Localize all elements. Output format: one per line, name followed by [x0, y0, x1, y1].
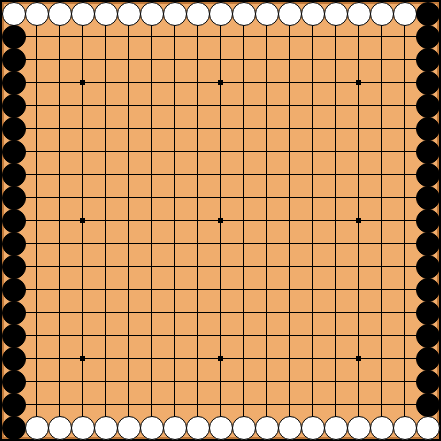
board-intersection[interactable] — [347, 278, 370, 301]
board-intersection[interactable] — [94, 94, 117, 117]
board-intersection[interactable] — [140, 393, 163, 416]
board-intersection[interactable] — [94, 278, 117, 301]
board-intersection[interactable] — [393, 209, 416, 232]
board-intersection[interactable] — [416, 301, 439, 324]
board-intersection[interactable] — [301, 324, 324, 347]
board-intersection[interactable] — [2, 370, 25, 393]
board-intersection[interactable] — [163, 416, 186, 439]
board-intersection[interactable] — [48, 255, 71, 278]
board-intersection[interactable] — [416, 25, 439, 48]
board-intersection[interactable] — [232, 186, 255, 209]
board-intersection[interactable] — [48, 25, 71, 48]
board-intersection[interactable] — [393, 140, 416, 163]
board-intersection[interactable] — [278, 278, 301, 301]
board-intersection[interactable] — [324, 324, 347, 347]
board-intersection[interactable] — [255, 324, 278, 347]
board-intersection[interactable] — [416, 278, 439, 301]
board-intersection[interactable] — [186, 370, 209, 393]
board-intersection[interactable] — [255, 370, 278, 393]
board-intersection[interactable] — [48, 186, 71, 209]
board-intersection[interactable] — [278, 393, 301, 416]
board-intersection[interactable] — [117, 416, 140, 439]
board-intersection[interactable] — [71, 370, 94, 393]
board-intersection[interactable] — [370, 71, 393, 94]
board-intersection[interactable] — [2, 71, 25, 94]
board-intersection[interactable] — [301, 140, 324, 163]
board-intersection[interactable] — [209, 347, 232, 370]
board-intersection[interactable] — [209, 255, 232, 278]
board-intersection[interactable] — [48, 209, 71, 232]
board-intersection[interactable] — [347, 25, 370, 48]
board-intersection[interactable] — [163, 301, 186, 324]
board-intersection[interactable] — [186, 48, 209, 71]
board-intersection[interactable] — [232, 278, 255, 301]
board-intersection[interactable] — [25, 140, 48, 163]
board-intersection[interactable] — [324, 94, 347, 117]
board-intersection[interactable] — [370, 25, 393, 48]
board-intersection[interactable] — [25, 186, 48, 209]
board-intersection[interactable] — [71, 94, 94, 117]
board-intersection[interactable] — [71, 140, 94, 163]
board-intersection[interactable] — [324, 301, 347, 324]
board-intersection[interactable] — [255, 255, 278, 278]
board-intersection[interactable] — [232, 347, 255, 370]
board-intersection[interactable] — [232, 117, 255, 140]
board-intersection[interactable] — [163, 209, 186, 232]
board-intersection[interactable] — [255, 2, 278, 25]
board-intersection[interactable] — [163, 117, 186, 140]
board-intersection[interactable] — [416, 416, 439, 439]
board-intersection[interactable] — [140, 232, 163, 255]
board-intersection[interactable] — [324, 370, 347, 393]
board-intersection[interactable] — [209, 2, 232, 25]
board-intersection[interactable] — [370, 94, 393, 117]
board-intersection[interactable] — [186, 117, 209, 140]
board-intersection[interactable] — [140, 347, 163, 370]
board-intersection[interactable] — [255, 393, 278, 416]
board-intersection[interactable] — [117, 393, 140, 416]
board-intersection[interactable] — [347, 324, 370, 347]
board-intersection[interactable] — [25, 370, 48, 393]
board-intersection[interactable] — [140, 140, 163, 163]
board-intersection[interactable] — [48, 347, 71, 370]
board-intersection[interactable] — [117, 232, 140, 255]
board-intersection[interactable] — [117, 71, 140, 94]
board-intersection[interactable] — [2, 255, 25, 278]
board-intersection[interactable] — [186, 347, 209, 370]
board-intersection[interactable] — [370, 255, 393, 278]
board-intersection[interactable] — [278, 186, 301, 209]
board-intersection[interactable] — [2, 48, 25, 71]
board-intersection[interactable] — [2, 117, 25, 140]
board-intersection[interactable] — [255, 347, 278, 370]
board-intersection[interactable] — [232, 48, 255, 71]
board-intersection[interactable] — [370, 163, 393, 186]
board-intersection[interactable] — [278, 71, 301, 94]
board-intersection[interactable] — [416, 255, 439, 278]
board-intersection[interactable] — [71, 416, 94, 439]
board-intersection[interactable] — [94, 301, 117, 324]
board-intersection[interactable] — [232, 71, 255, 94]
board-intersection[interactable] — [140, 324, 163, 347]
board-intersection[interactable] — [117, 48, 140, 71]
board-intersection[interactable] — [186, 416, 209, 439]
board-intersection[interactable] — [186, 301, 209, 324]
board-intersection[interactable] — [117, 324, 140, 347]
board-intersection[interactable] — [186, 140, 209, 163]
board-intersection[interactable] — [209, 393, 232, 416]
board-intersection[interactable] — [255, 140, 278, 163]
board-intersection[interactable] — [301, 416, 324, 439]
board-intersection[interactable] — [255, 301, 278, 324]
board-intersection[interactable] — [71, 48, 94, 71]
board-intersection[interactable] — [48, 140, 71, 163]
board-intersection[interactable] — [209, 324, 232, 347]
board-intersection[interactable] — [186, 278, 209, 301]
board-intersection[interactable] — [25, 163, 48, 186]
board-intersection[interactable] — [255, 416, 278, 439]
board-intersection[interactable] — [48, 324, 71, 347]
board-intersection[interactable] — [301, 25, 324, 48]
board-intersection[interactable] — [324, 347, 347, 370]
board-intersection[interactable] — [48, 278, 71, 301]
board-intersection[interactable] — [209, 232, 232, 255]
board-intersection[interactable] — [71, 232, 94, 255]
board-intersection[interactable] — [324, 255, 347, 278]
board-intersection[interactable] — [140, 416, 163, 439]
board-intersection[interactable] — [278, 301, 301, 324]
board-intersection[interactable] — [94, 324, 117, 347]
board-intersection[interactable] — [48, 416, 71, 439]
board-intersection[interactable] — [370, 186, 393, 209]
board-intersection[interactable] — [301, 393, 324, 416]
board-intersection[interactable] — [94, 347, 117, 370]
board-intersection[interactable] — [301, 370, 324, 393]
board-intersection[interactable] — [393, 301, 416, 324]
board-intersection[interactable] — [94, 25, 117, 48]
board-intersection[interactable] — [324, 140, 347, 163]
board-intersection[interactable] — [2, 209, 25, 232]
board-intersection[interactable] — [48, 2, 71, 25]
board-intersection[interactable] — [416, 48, 439, 71]
board-intersection[interactable] — [393, 416, 416, 439]
board-intersection[interactable] — [2, 232, 25, 255]
board-intersection[interactable] — [140, 25, 163, 48]
board-intersection[interactable] — [278, 163, 301, 186]
board-intersection[interactable] — [232, 2, 255, 25]
board-intersection[interactable] — [71, 255, 94, 278]
board-intersection[interactable] — [324, 232, 347, 255]
board-intersection[interactable] — [324, 416, 347, 439]
board-intersection[interactable] — [232, 232, 255, 255]
board-intersection[interactable] — [2, 94, 25, 117]
board-intersection[interactable] — [163, 163, 186, 186]
board-intersection[interactable] — [416, 117, 439, 140]
board-intersection[interactable] — [278, 140, 301, 163]
board-intersection[interactable] — [347, 416, 370, 439]
board-intersection[interactable] — [209, 278, 232, 301]
board-intersection[interactable] — [71, 301, 94, 324]
board-intersection[interactable] — [347, 393, 370, 416]
board-intersection[interactable] — [347, 163, 370, 186]
board-intersection[interactable] — [94, 2, 117, 25]
board-intersection[interactable] — [163, 393, 186, 416]
board-intersection[interactable] — [393, 278, 416, 301]
board-intersection[interactable] — [163, 94, 186, 117]
board-intersection[interactable] — [324, 71, 347, 94]
board-intersection[interactable] — [301, 94, 324, 117]
board-intersection[interactable] — [370, 347, 393, 370]
board-intersection[interactable] — [2, 301, 25, 324]
board-intersection[interactable] — [209, 71, 232, 94]
board-intersection[interactable] — [186, 2, 209, 25]
board-intersection[interactable] — [209, 140, 232, 163]
board-intersection[interactable] — [347, 209, 370, 232]
board-intersection[interactable] — [94, 393, 117, 416]
board-intersection[interactable] — [71, 186, 94, 209]
board-intersection[interactable] — [163, 140, 186, 163]
board-intersection[interactable] — [278, 48, 301, 71]
board-intersection[interactable] — [393, 94, 416, 117]
board-intersection[interactable] — [278, 94, 301, 117]
board-intersection[interactable] — [140, 163, 163, 186]
board-intersection[interactable] — [2, 393, 25, 416]
board-intersection[interactable] — [301, 186, 324, 209]
board-intersection[interactable] — [347, 71, 370, 94]
board-intersection[interactable] — [71, 278, 94, 301]
board-intersection[interactable] — [117, 163, 140, 186]
board-intersection[interactable] — [94, 370, 117, 393]
board-intersection[interactable] — [25, 416, 48, 439]
board-intersection[interactable] — [48, 301, 71, 324]
board-intersection[interactable] — [117, 278, 140, 301]
board-intersection[interactable] — [416, 347, 439, 370]
board-intersection[interactable] — [255, 186, 278, 209]
board-intersection[interactable] — [324, 117, 347, 140]
board-intersection[interactable] — [25, 324, 48, 347]
board-intersection[interactable] — [393, 393, 416, 416]
board-intersection[interactable] — [140, 370, 163, 393]
board-intersection[interactable] — [416, 370, 439, 393]
board-intersection[interactable] — [163, 347, 186, 370]
board-intersection[interactable] — [2, 186, 25, 209]
board-intersection[interactable] — [416, 163, 439, 186]
board-intersection[interactable] — [255, 48, 278, 71]
board-intersection[interactable] — [255, 163, 278, 186]
board-intersection[interactable] — [186, 186, 209, 209]
board-intersection[interactable] — [278, 232, 301, 255]
board-intersection[interactable] — [209, 209, 232, 232]
board-intersection[interactable] — [140, 117, 163, 140]
board-intersection[interactable] — [393, 163, 416, 186]
board-intersection[interactable] — [71, 71, 94, 94]
board-intersection[interactable] — [393, 48, 416, 71]
board-intersection[interactable] — [48, 163, 71, 186]
board-intersection[interactable] — [117, 186, 140, 209]
board-intersection[interactable] — [255, 117, 278, 140]
board-intersection[interactable] — [163, 278, 186, 301]
board-intersection[interactable] — [301, 278, 324, 301]
board-intersection[interactable] — [393, 186, 416, 209]
board-intersection[interactable] — [209, 416, 232, 439]
board-intersection[interactable] — [117, 301, 140, 324]
board-intersection[interactable] — [393, 25, 416, 48]
board-intersection[interactable] — [163, 25, 186, 48]
board-intersection[interactable] — [301, 163, 324, 186]
board-intersection[interactable] — [209, 186, 232, 209]
board-intersection[interactable] — [140, 48, 163, 71]
board-intersection[interactable] — [232, 324, 255, 347]
board-intersection[interactable] — [48, 232, 71, 255]
board-intersection[interactable] — [370, 117, 393, 140]
board-intersection[interactable] — [71, 324, 94, 347]
board-intersection[interactable] — [301, 347, 324, 370]
board-intersection[interactable] — [186, 393, 209, 416]
board-intersection[interactable] — [94, 48, 117, 71]
board-intersection[interactable] — [2, 278, 25, 301]
board-intersection[interactable] — [209, 370, 232, 393]
board-intersection[interactable] — [25, 2, 48, 25]
board-intersection[interactable] — [25, 255, 48, 278]
board-intersection[interactable] — [393, 347, 416, 370]
board-intersection[interactable] — [25, 25, 48, 48]
board-intersection[interactable] — [94, 232, 117, 255]
board-intersection[interactable] — [278, 324, 301, 347]
board-intersection[interactable] — [140, 94, 163, 117]
board-intersection[interactable] — [140, 186, 163, 209]
board-intersection[interactable] — [347, 370, 370, 393]
board-intersection[interactable] — [347, 117, 370, 140]
board-intersection[interactable] — [209, 48, 232, 71]
board-intersection[interactable] — [416, 209, 439, 232]
board-intersection[interactable] — [370, 416, 393, 439]
board-intersection[interactable] — [347, 140, 370, 163]
board-intersection[interactable] — [2, 140, 25, 163]
board-intersection[interactable] — [232, 301, 255, 324]
board-intersection[interactable] — [301, 232, 324, 255]
board-intersection[interactable] — [370, 301, 393, 324]
board-intersection[interactable] — [324, 186, 347, 209]
board-intersection[interactable] — [117, 2, 140, 25]
board-intersection[interactable] — [25, 209, 48, 232]
board-intersection[interactable] — [94, 117, 117, 140]
board-intersection[interactable] — [324, 393, 347, 416]
board-intersection[interactable] — [278, 2, 301, 25]
board-intersection[interactable] — [347, 232, 370, 255]
board-intersection[interactable] — [209, 163, 232, 186]
board-intersection[interactable] — [416, 186, 439, 209]
board-intersection[interactable] — [209, 25, 232, 48]
board-intersection[interactable] — [324, 48, 347, 71]
board-intersection[interactable] — [324, 278, 347, 301]
board-intersection[interactable] — [209, 94, 232, 117]
board-intersection[interactable] — [25, 94, 48, 117]
board-intersection[interactable] — [94, 163, 117, 186]
board-intersection[interactable] — [25, 232, 48, 255]
board-intersection[interactable] — [301, 301, 324, 324]
board-intersection[interactable] — [416, 2, 439, 25]
board-intersection[interactable] — [117, 370, 140, 393]
board-intersection[interactable] — [71, 2, 94, 25]
board-intersection[interactable] — [163, 186, 186, 209]
board-intersection[interactable] — [370, 209, 393, 232]
board-intersection[interactable] — [186, 209, 209, 232]
board-intersection[interactable] — [25, 393, 48, 416]
board-intersection[interactable] — [186, 71, 209, 94]
board-intersection[interactable] — [71, 393, 94, 416]
board-intersection[interactable] — [255, 209, 278, 232]
board-intersection[interactable] — [255, 25, 278, 48]
board-intersection[interactable] — [324, 25, 347, 48]
board-intersection[interactable] — [393, 71, 416, 94]
board-intersection[interactable] — [2, 2, 25, 25]
board-intersection[interactable] — [25, 301, 48, 324]
board-intersection[interactable] — [232, 25, 255, 48]
board-intersection[interactable] — [163, 255, 186, 278]
board-intersection[interactable] — [255, 94, 278, 117]
board-intersection[interactable] — [232, 163, 255, 186]
board-intersection[interactable] — [347, 94, 370, 117]
board-intersection[interactable] — [232, 370, 255, 393]
board-intersection[interactable] — [186, 163, 209, 186]
board-intersection[interactable] — [140, 301, 163, 324]
board-intersection[interactable] — [232, 255, 255, 278]
board-intersection[interactable] — [255, 232, 278, 255]
board-intersection[interactable] — [347, 301, 370, 324]
board-intersection[interactable] — [117, 209, 140, 232]
board-intersection[interactable] — [186, 94, 209, 117]
board-intersection[interactable] — [278, 255, 301, 278]
board-intersection[interactable] — [278, 370, 301, 393]
board-intersection[interactable] — [25, 71, 48, 94]
board-intersection[interactable] — [2, 324, 25, 347]
board-intersection[interactable] — [163, 48, 186, 71]
board-intersection[interactable] — [209, 117, 232, 140]
board-intersection[interactable] — [48, 71, 71, 94]
board-intersection[interactable] — [232, 209, 255, 232]
board-intersection[interactable] — [140, 2, 163, 25]
board-intersection[interactable] — [186, 25, 209, 48]
board-intersection[interactable] — [2, 25, 25, 48]
board-intersection[interactable] — [232, 140, 255, 163]
board-intersection[interactable] — [232, 416, 255, 439]
board-intersection[interactable] — [94, 416, 117, 439]
board-intersection[interactable] — [301, 71, 324, 94]
board-intersection[interactable] — [393, 324, 416, 347]
board-intersection[interactable] — [117, 25, 140, 48]
board-intersection[interactable] — [163, 232, 186, 255]
board-intersection[interactable] — [140, 255, 163, 278]
board-intersection[interactable] — [370, 278, 393, 301]
board-intersection[interactable] — [94, 209, 117, 232]
board-intersection[interactable] — [278, 25, 301, 48]
board-intersection[interactable] — [163, 71, 186, 94]
board-intersection[interactable] — [416, 393, 439, 416]
board-intersection[interactable] — [324, 209, 347, 232]
board-intersection[interactable] — [301, 48, 324, 71]
board-intersection[interactable] — [370, 370, 393, 393]
board-intersection[interactable] — [324, 163, 347, 186]
board-intersection[interactable] — [393, 255, 416, 278]
board-intersection[interactable] — [71, 117, 94, 140]
board-intersection[interactable] — [255, 278, 278, 301]
board-intersection[interactable] — [186, 324, 209, 347]
board-intersection[interactable] — [393, 370, 416, 393]
board-intersection[interactable] — [370, 324, 393, 347]
board-intersection[interactable] — [416, 324, 439, 347]
board-intersection[interactable] — [2, 163, 25, 186]
board-intersection[interactable] — [117, 255, 140, 278]
